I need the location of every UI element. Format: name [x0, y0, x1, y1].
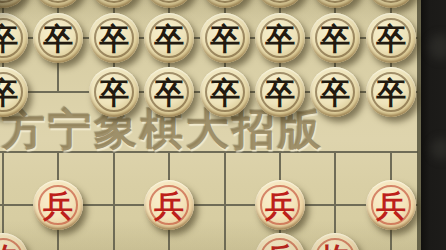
red-soldier-glyph: 兵 — [43, 191, 73, 221]
black-soldier-piece[interactable]: 卒 — [0, 13, 28, 63]
red-cannon-piece[interactable]: 炮 — [310, 233, 360, 250]
background-bokeh-blob — [429, 34, 446, 60]
xiangqi-board: 方宁象棋大招版 卒卒卒卒卒卒卒卒卒卒卒卒卒卒卒卒卒卒卒卒卒卒卒兵兵兵兵炮兵炮 — [0, 0, 421, 250]
black-soldier-glyph: 卒 — [0, 78, 18, 108]
red-soldier-piece[interactable]: 兵 — [255, 180, 305, 230]
black-soldier-piece[interactable]: 卒 — [33, 13, 83, 63]
black-soldier-glyph: 卒 — [154, 24, 184, 54]
black-soldier-piece[interactable]: 卒 — [310, 0, 360, 8]
black-soldier-piece[interactable]: 卒 — [33, 0, 83, 8]
black-soldier-piece[interactable]: 卒 — [89, 0, 139, 8]
grid-line — [113, 152, 115, 250]
red-cannon-glyph: 炮 — [320, 244, 350, 250]
black-soldier-piece[interactable]: 卒 — [144, 0, 194, 8]
black-soldier-piece[interactable]: 卒 — [255, 67, 305, 117]
video-frame: 方宁象棋大招版 卒卒卒卒卒卒卒卒卒卒卒卒卒卒卒卒卒卒卒卒卒卒卒兵兵兵兵炮兵炮 — [0, 0, 446, 250]
black-soldier-piece[interactable]: 卒 — [144, 13, 194, 63]
red-soldier-glyph: 兵 — [265, 191, 295, 221]
red-soldier-glyph: 兵 — [376, 191, 406, 221]
red-cannon-piece[interactable]: 炮 — [0, 233, 28, 250]
black-soldier-piece[interactable]: 卒 — [144, 67, 194, 117]
black-soldier-piece[interactable]: 卒 — [0, 0, 28, 8]
black-soldier-glyph: 卒 — [99, 24, 129, 54]
red-cannon-glyph: 炮 — [0, 244, 18, 250]
black-soldier-glyph: 卒 — [376, 24, 406, 54]
right-letterbox-band — [421, 0, 446, 250]
black-soldier-piece[interactable]: 卒 — [200, 67, 250, 117]
red-soldier-piece[interactable]: 兵 — [366, 180, 416, 230]
grid-line — [224, 152, 226, 250]
red-soldier-piece[interactable]: 兵 — [144, 180, 194, 230]
black-soldier-glyph: 卒 — [154, 78, 184, 108]
red-soldier-glyph: 兵 — [265, 244, 295, 250]
black-soldier-glyph: 卒 — [0, 24, 18, 54]
black-soldier-glyph: 卒 — [210, 78, 240, 108]
black-soldier-piece[interactable]: 卒 — [366, 13, 416, 63]
black-soldier-piece[interactable]: 卒 — [310, 67, 360, 117]
black-soldier-piece[interactable]: 卒 — [310, 13, 360, 63]
black-soldier-glyph: 卒 — [99, 78, 129, 108]
black-soldier-glyph: 卒 — [265, 24, 295, 54]
red-soldier-piece[interactable]: 兵 — [255, 233, 305, 250]
black-soldier-piece[interactable]: 卒 — [200, 0, 250, 8]
background-bokeh-blob — [431, 138, 446, 160]
black-soldier-piece[interactable]: 卒 — [366, 0, 416, 8]
black-soldier-glyph: 卒 — [43, 24, 73, 54]
red-soldier-piece[interactable]: 兵 — [33, 180, 83, 230]
black-soldier-piece[interactable]: 卒 — [366, 67, 416, 117]
black-soldier-piece[interactable]: 卒 — [255, 0, 305, 8]
black-soldier-piece[interactable]: 卒 — [255, 13, 305, 63]
black-soldier-glyph: 卒 — [376, 78, 406, 108]
black-soldier-glyph: 卒 — [320, 78, 350, 108]
black-soldier-glyph: 卒 — [265, 78, 295, 108]
black-soldier-piece[interactable]: 卒 — [200, 13, 250, 63]
black-soldier-glyph: 卒 — [320, 24, 350, 54]
red-soldier-glyph: 兵 — [154, 191, 184, 221]
black-soldier-glyph: 卒 — [210, 24, 240, 54]
black-soldier-piece[interactable]: 卒 — [89, 67, 139, 117]
black-soldier-piece[interactable]: 卒 — [89, 13, 139, 63]
